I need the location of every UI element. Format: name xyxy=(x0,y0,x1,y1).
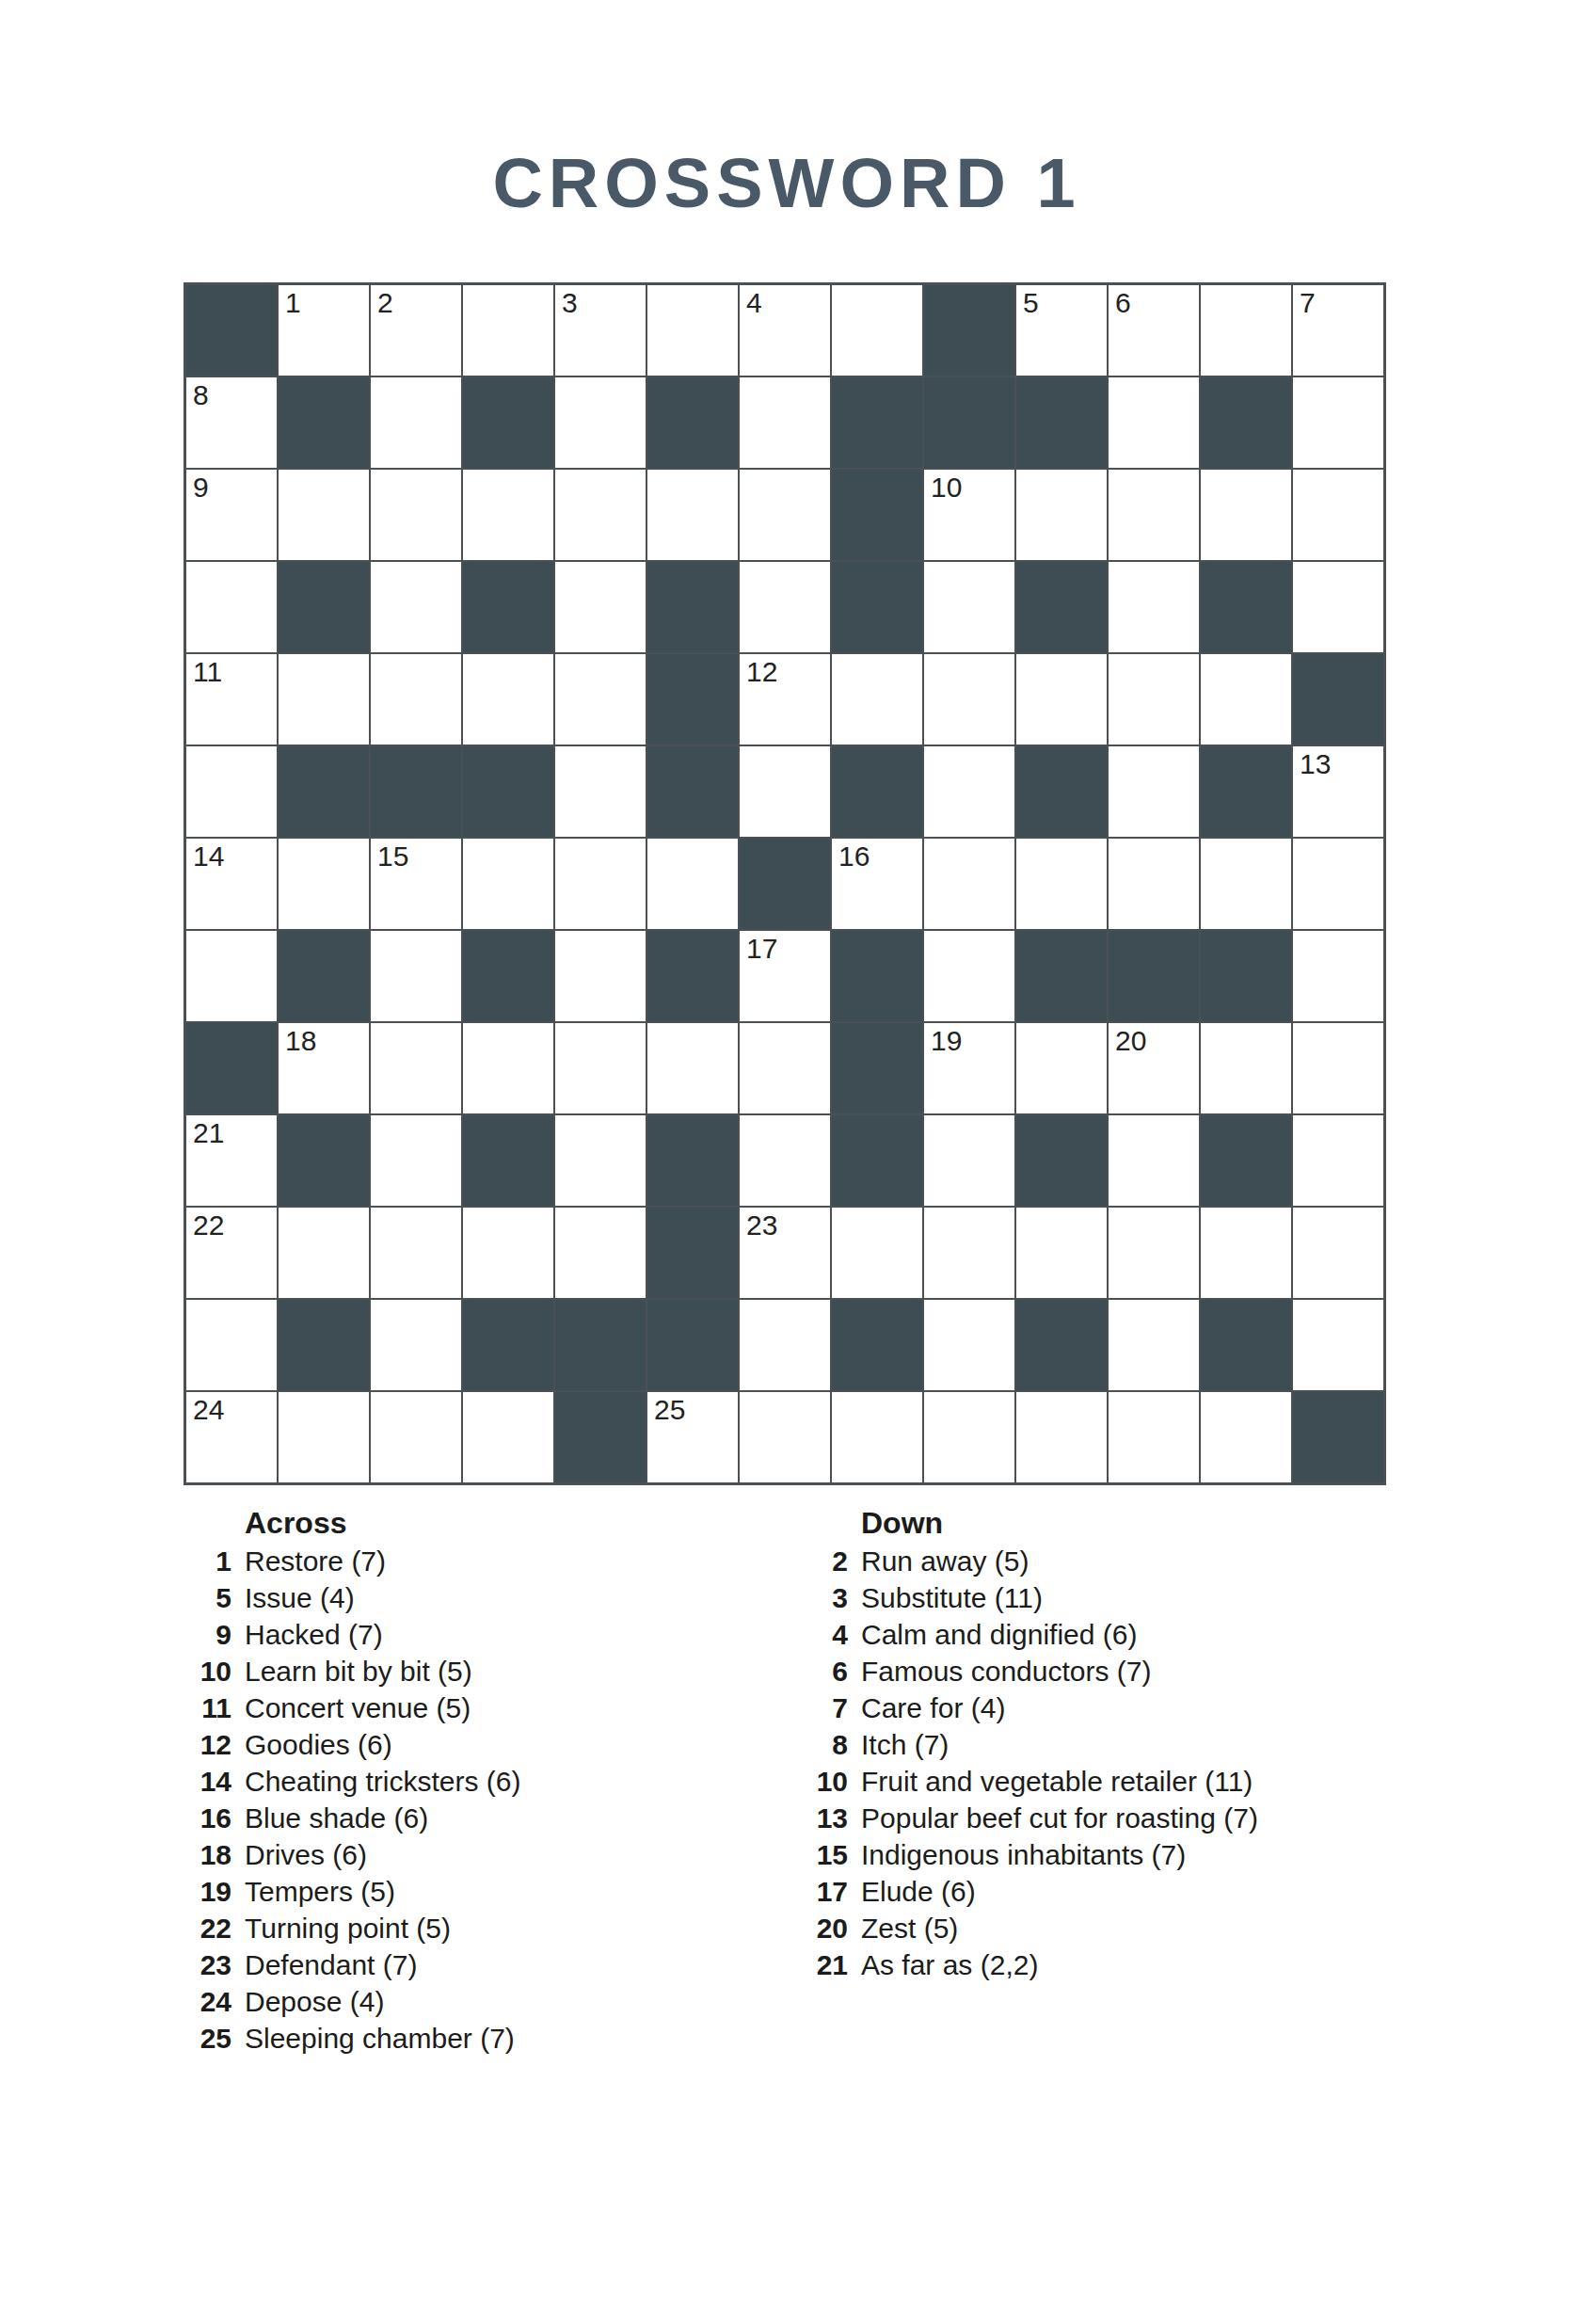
cell-r12c7[interactable] xyxy=(831,1391,923,1483)
across-clue-9: 9Hacked (7) xyxy=(160,1616,520,1653)
cell-r5c2-block xyxy=(370,745,462,838)
down-clue-8: 8Itch (7) xyxy=(776,1726,1258,1763)
down-clue-text: Famous conductors (7) xyxy=(861,1653,1151,1689)
cell-r10c5-block xyxy=(646,1207,739,1299)
cell-r8c6[interactable] xyxy=(739,1022,831,1114)
cell-r1c6[interactable] xyxy=(739,376,831,469)
across-clue-12: 12Goodies (6) xyxy=(160,1726,520,1763)
across-clue-text: Issue (4) xyxy=(245,1579,355,1616)
down-clue-text: Substitute (11) xyxy=(861,1579,1043,1616)
cell-r6c9[interactable] xyxy=(1015,838,1108,930)
cell-r1c3-block xyxy=(462,376,554,469)
cell-r10c3[interactable] xyxy=(462,1207,554,1299)
down-clue-10: 10Fruit and vegetable retailer (11) xyxy=(776,1763,1258,1800)
cell-r0c9[interactable]: 5 xyxy=(1015,284,1108,376)
cell-r7c11-block xyxy=(1200,930,1292,1022)
cell-r4c6[interactable]: 12 xyxy=(739,653,831,745)
cell-r7c0[interactable] xyxy=(185,930,278,1022)
cell-r7c10-block xyxy=(1108,930,1200,1022)
across-clues-section: Across 1Restore (7)5Issue (4)9Hacked (7)… xyxy=(160,1504,520,2057)
across-clue-10: 10Learn bit by bit (5) xyxy=(160,1653,520,1689)
cell-r9c5-block xyxy=(646,1114,739,1207)
cell-r3c2[interactable] xyxy=(370,561,462,653)
cell-r9c3-block xyxy=(462,1114,554,1207)
cell-number-13: 13 xyxy=(1300,750,1331,778)
cell-number-1: 1 xyxy=(285,289,301,317)
cell-r7c12[interactable] xyxy=(1292,930,1384,1022)
cell-r10c12[interactable] xyxy=(1292,1207,1384,1299)
cell-r6c8[interactable] xyxy=(923,838,1015,930)
across-clue-5: 5Issue (4) xyxy=(160,1579,520,1616)
cell-r3c3-block xyxy=(462,561,554,653)
cell-r5c12[interactable]: 13 xyxy=(1292,745,1384,838)
cell-r2c0[interactable]: 9 xyxy=(185,469,278,561)
down-clue-list: 2Run away (5)3Substitute (11)4Calm and d… xyxy=(776,1543,1258,1983)
down-clue-number: 6 xyxy=(776,1653,861,1689)
cell-r10c1[interactable] xyxy=(278,1207,370,1299)
down-clue-number: 15 xyxy=(776,1836,861,1873)
cell-r3c5-block xyxy=(646,561,739,653)
down-clue-number: 7 xyxy=(776,1689,861,1726)
cell-r10c10[interactable] xyxy=(1108,1207,1200,1299)
cell-r8c7-block xyxy=(831,1022,923,1114)
crossword-grid: 1234567891011121314151617181920212223242… xyxy=(184,282,1386,1485)
down-clue-number: 20 xyxy=(776,1910,861,1946)
across-clue-number: 11 xyxy=(160,1689,245,1726)
cell-r4c12-block xyxy=(1292,653,1384,745)
cell-r7c1-block xyxy=(278,930,370,1022)
cell-r11c2[interactable] xyxy=(370,1299,462,1391)
across-clue-1: 1Restore (7) xyxy=(160,1543,520,1579)
down-clue-text: As far as (2,2) xyxy=(861,1946,1038,1983)
cell-r2c1[interactable] xyxy=(278,469,370,561)
cell-r2c9[interactable] xyxy=(1015,469,1108,561)
cell-number-14: 14 xyxy=(193,842,224,871)
across-clue-text: Cheating tricksters (6) xyxy=(245,1763,520,1800)
cell-r7c8[interactable] xyxy=(923,930,1015,1022)
cell-r4c11[interactable] xyxy=(1200,653,1292,745)
cell-r5c0[interactable] xyxy=(185,745,278,838)
cell-r5c6[interactable] xyxy=(739,745,831,838)
across-clue-23: 23Defendant (7) xyxy=(160,1946,520,1983)
cell-r8c8[interactable]: 19 xyxy=(923,1022,1015,1114)
cell-number-16: 16 xyxy=(838,842,870,871)
down-clue-text: Indigenous inhabitants (7) xyxy=(861,1836,1186,1873)
cell-r8c10[interactable]: 20 xyxy=(1108,1022,1200,1114)
cell-r2c3[interactable] xyxy=(462,469,554,561)
cell-r11c5-block xyxy=(646,1299,739,1391)
down-clue-text: Elude (6) xyxy=(861,1873,976,1910)
cell-r3c10[interactable] xyxy=(1108,561,1200,653)
down-clue-number: 21 xyxy=(776,1946,861,1983)
across-clue-text: Goodies (6) xyxy=(245,1726,392,1763)
cell-r9c7-block xyxy=(831,1114,923,1207)
down-clue-number: 3 xyxy=(776,1579,861,1616)
cell-number-24: 24 xyxy=(193,1396,224,1424)
cell-number-18: 18 xyxy=(285,1027,316,1055)
down-clue-text: Zest (5) xyxy=(861,1910,958,1946)
cell-number-9: 9 xyxy=(193,473,209,502)
across-clue-number: 5 xyxy=(160,1579,245,1616)
cell-r6c1[interactable] xyxy=(278,838,370,930)
across-clue-14: 14Cheating tricksters (6) xyxy=(160,1763,520,1800)
cell-r9c6[interactable] xyxy=(739,1114,831,1207)
cell-r12c3[interactable] xyxy=(462,1391,554,1483)
down-clue-4: 4Calm and dignified (6) xyxy=(776,1616,1258,1653)
cell-r0c2[interactable]: 2 xyxy=(370,284,462,376)
cell-r8c11[interactable] xyxy=(1200,1022,1292,1114)
cell-r1c0[interactable]: 8 xyxy=(185,376,278,469)
cell-r0c7[interactable] xyxy=(831,284,923,376)
cell-r5c4[interactable] xyxy=(554,745,646,838)
cell-number-15: 15 xyxy=(377,842,408,871)
cell-r8c1[interactable]: 18 xyxy=(278,1022,370,1114)
across-clue-text: Drives (6) xyxy=(245,1836,367,1873)
cell-r12c9[interactable] xyxy=(1015,1391,1108,1483)
across-clue-number: 19 xyxy=(160,1873,245,1910)
cell-r9c10[interactable] xyxy=(1108,1114,1200,1207)
cell-r5c8[interactable] xyxy=(923,745,1015,838)
cell-r6c4[interactable] xyxy=(554,838,646,930)
across-clue-number: 22 xyxy=(160,1910,245,1946)
cell-r4c0[interactable]: 11 xyxy=(185,653,278,745)
cell-number-17: 17 xyxy=(746,935,777,963)
cell-r3c9-block xyxy=(1015,561,1108,653)
cell-r12c4-block xyxy=(554,1391,646,1483)
cell-number-6: 6 xyxy=(1115,289,1131,317)
cell-r6c2[interactable]: 15 xyxy=(370,838,462,930)
cell-r2c12[interactable] xyxy=(1292,469,1384,561)
down-clue-20: 20Zest (5) xyxy=(776,1910,1258,1946)
puzzle-title: CROSSWORD 1 xyxy=(15,143,1558,223)
cell-r10c2[interactable] xyxy=(370,1207,462,1299)
across-clue-number: 9 xyxy=(160,1616,245,1653)
cell-number-20: 20 xyxy=(1115,1027,1146,1055)
down-clue-13: 13Popular beef cut for roasting (7) xyxy=(776,1800,1258,1836)
cell-r0c4[interactable]: 3 xyxy=(554,284,646,376)
cell-r0c12[interactable]: 7 xyxy=(1292,284,1384,376)
cell-r2c10[interactable] xyxy=(1108,469,1200,561)
across-clue-24: 24Depose (4) xyxy=(160,1983,520,2020)
cell-r11c3-block xyxy=(462,1299,554,1391)
cell-r2c7-block xyxy=(831,469,923,561)
cell-r2c5[interactable] xyxy=(646,469,739,561)
across-clue-22: 22Turning point (5) xyxy=(160,1910,520,1946)
cell-number-21: 21 xyxy=(193,1119,224,1147)
across-clue-text: Turning point (5) xyxy=(245,1910,451,1946)
cell-r10c6[interactable]: 23 xyxy=(739,1207,831,1299)
cell-r11c10[interactable] xyxy=(1108,1299,1200,1391)
across-clue-number: 23 xyxy=(160,1946,245,1983)
cell-r12c11[interactable] xyxy=(1200,1391,1292,1483)
cell-r10c7[interactable] xyxy=(831,1207,923,1299)
across-clue-18: 18Drives (6) xyxy=(160,1836,520,1873)
cell-r12c1[interactable] xyxy=(278,1391,370,1483)
cell-r10c9[interactable] xyxy=(1015,1207,1108,1299)
cell-r4c9[interactable] xyxy=(1015,653,1108,745)
across-clue-text: Concert venue (5) xyxy=(245,1689,471,1726)
down-clue-2: 2Run away (5) xyxy=(776,1543,1258,1579)
across-clue-number: 12 xyxy=(160,1726,245,1763)
cell-number-5: 5 xyxy=(1023,289,1039,317)
across-clue-text: Defendant (7) xyxy=(245,1946,417,1983)
cell-r10c4[interactable] xyxy=(554,1207,646,1299)
cell-r12c6[interactable] xyxy=(739,1391,831,1483)
cell-r11c7-block xyxy=(831,1299,923,1391)
cell-r5c11-block xyxy=(1200,745,1292,838)
cell-r6c7[interactable]: 16 xyxy=(831,838,923,930)
down-clue-number: 4 xyxy=(776,1616,861,1653)
cell-r11c9-block xyxy=(1015,1299,1108,1391)
across-clue-text: Hacked (7) xyxy=(245,1616,383,1653)
cell-r11c0[interactable] xyxy=(185,1299,278,1391)
across-clue-list: 1Restore (7)5Issue (4)9Hacked (7)10Learn… xyxy=(160,1543,520,2057)
cell-r3c4[interactable] xyxy=(554,561,646,653)
down-heading: Down xyxy=(861,1504,1258,1543)
down-clue-text: Calm and dignified (6) xyxy=(861,1616,1137,1653)
cell-r0c3[interactable] xyxy=(462,284,554,376)
cell-r1c12[interactable] xyxy=(1292,376,1384,469)
across-clue-number: 18 xyxy=(160,1836,245,1873)
cell-r7c2[interactable] xyxy=(370,930,462,1022)
cell-r7c4[interactable] xyxy=(554,930,646,1022)
cell-r9c11-block xyxy=(1200,1114,1292,1207)
cell-r8c3[interactable] xyxy=(462,1022,554,1114)
cell-r6c5[interactable] xyxy=(646,838,739,930)
down-clue-text: Run away (5) xyxy=(861,1543,1029,1579)
down-clue-21: 21As far as (2,2) xyxy=(776,1946,1258,1983)
cell-r1c9-block xyxy=(1015,376,1108,469)
cell-r1c5-block xyxy=(646,376,739,469)
cell-r8c5[interactable] xyxy=(646,1022,739,1114)
cell-r8c2[interactable] xyxy=(370,1022,462,1114)
cell-r1c4[interactable] xyxy=(554,376,646,469)
cell-r8c9[interactable] xyxy=(1015,1022,1108,1114)
cell-r9c9-block xyxy=(1015,1114,1108,1207)
down-clue-7: 7Care for (4) xyxy=(776,1689,1258,1726)
cell-r12c5[interactable]: 25 xyxy=(646,1391,739,1483)
cell-r9c0[interactable]: 21 xyxy=(185,1114,278,1207)
across-clue-11: 11Concert venue (5) xyxy=(160,1689,520,1726)
cell-r5c7-block xyxy=(831,745,923,838)
down-clue-text: Popular beef cut for roasting (7) xyxy=(861,1800,1258,1836)
across-clue-number: 25 xyxy=(160,2020,245,2057)
cell-r4c3[interactable] xyxy=(462,653,554,745)
cell-r3c1-block xyxy=(278,561,370,653)
cell-r9c2[interactable] xyxy=(370,1114,462,1207)
cell-number-7: 7 xyxy=(1300,289,1316,317)
cell-r4c1[interactable] xyxy=(278,653,370,745)
cell-r1c2[interactable] xyxy=(370,376,462,469)
cell-number-11: 11 xyxy=(193,658,222,686)
cell-r12c10[interactable] xyxy=(1108,1391,1200,1483)
across-clue-19: 19Tempers (5) xyxy=(160,1873,520,1910)
cell-r11c1-block xyxy=(278,1299,370,1391)
cell-r4c5-block xyxy=(646,653,739,745)
cell-r9c4[interactable] xyxy=(554,1114,646,1207)
down-clue-15: 15Indigenous inhabitants (7) xyxy=(776,1836,1258,1873)
cell-r4c10[interactable] xyxy=(1108,653,1200,745)
cell-number-4: 4 xyxy=(746,289,762,317)
cell-r1c7-block xyxy=(831,376,923,469)
cell-r0c10[interactable]: 6 xyxy=(1108,284,1200,376)
down-clue-17: 17Elude (6) xyxy=(776,1873,1258,1910)
across-clue-text: Blue shade (6) xyxy=(245,1800,428,1836)
cell-r9c8[interactable] xyxy=(923,1114,1015,1207)
down-clue-6: 6Famous conductors (7) xyxy=(776,1653,1258,1689)
down-clue-text: Care for (4) xyxy=(861,1689,1005,1726)
cell-r12c0[interactable]: 24 xyxy=(185,1391,278,1483)
cell-r0c5[interactable] xyxy=(646,284,739,376)
cell-r2c8[interactable]: 10 xyxy=(923,469,1015,561)
cell-r1c1-block xyxy=(278,376,370,469)
cell-r9c1-block xyxy=(278,1114,370,1207)
cell-r7c9-block xyxy=(1015,930,1108,1022)
down-clue-number: 17 xyxy=(776,1873,861,1910)
cell-number-25: 25 xyxy=(654,1396,685,1424)
cell-r4c4[interactable] xyxy=(554,653,646,745)
cell-r12c2[interactable] xyxy=(370,1391,462,1483)
cell-r12c8[interactable] xyxy=(923,1391,1015,1483)
cell-number-8: 8 xyxy=(193,381,209,409)
cell-r0c6[interactable]: 4 xyxy=(739,284,831,376)
cell-r2c2[interactable] xyxy=(370,469,462,561)
cell-r11c11-block xyxy=(1200,1299,1292,1391)
cell-r1c8-block xyxy=(923,376,1015,469)
cell-r6c6-block xyxy=(739,838,831,930)
across-clue-number: 1 xyxy=(160,1543,245,1579)
across-clue-text: Depose (4) xyxy=(245,1983,384,2020)
cell-r5c3-block xyxy=(462,745,554,838)
across-clue-text: Learn bit by bit (5) xyxy=(245,1653,472,1689)
cell-number-2: 2 xyxy=(377,289,393,317)
cell-r11c4-block xyxy=(554,1299,646,1391)
cell-r5c9-block xyxy=(1015,745,1108,838)
cell-number-19: 19 xyxy=(931,1027,962,1055)
cell-r2c4[interactable] xyxy=(554,469,646,561)
cell-number-10: 10 xyxy=(931,473,962,502)
cell-r10c11[interactable] xyxy=(1200,1207,1292,1299)
cell-r6c11[interactable] xyxy=(1200,838,1292,930)
cell-r12c12-block xyxy=(1292,1391,1384,1483)
across-clue-text: Sleeping chamber (7) xyxy=(245,2020,515,2057)
cell-r2c11[interactable] xyxy=(1200,469,1292,561)
cell-r0c8-block xyxy=(923,284,1015,376)
cell-r7c5-block xyxy=(646,930,739,1022)
down-clues-section: Down 2Run away (5)3Substitute (11)4Calm … xyxy=(776,1504,1258,1983)
cell-r4c7[interactable] xyxy=(831,653,923,745)
cell-r3c7-block xyxy=(831,561,923,653)
cell-r0c1[interactable]: 1 xyxy=(278,284,370,376)
cell-r6c0[interactable]: 14 xyxy=(185,838,278,930)
cell-r2c6[interactable] xyxy=(739,469,831,561)
cell-r11c6[interactable] xyxy=(739,1299,831,1391)
cell-r3c0[interactable] xyxy=(185,561,278,653)
cell-r1c11-block xyxy=(1200,376,1292,469)
cell-r5c5-block xyxy=(646,745,739,838)
cell-r7c3-block xyxy=(462,930,554,1022)
cell-r9c12[interactable] xyxy=(1292,1114,1384,1207)
cell-r0c11[interactable] xyxy=(1200,284,1292,376)
down-clue-text: Fruit and vegetable retailer (11) xyxy=(861,1763,1253,1800)
cell-r1c10[interactable] xyxy=(1108,376,1200,469)
cell-r6c12[interactable] xyxy=(1292,838,1384,930)
across-clue-number: 10 xyxy=(160,1653,245,1689)
cell-r8c12[interactable] xyxy=(1292,1022,1384,1114)
across-clue-number: 16 xyxy=(160,1800,245,1836)
down-clue-number: 8 xyxy=(776,1726,861,1763)
cell-r6c10[interactable] xyxy=(1108,838,1200,930)
cell-r3c12[interactable] xyxy=(1292,561,1384,653)
cell-r3c6[interactable] xyxy=(739,561,831,653)
across-clue-number: 24 xyxy=(160,1983,245,2020)
down-clue-number: 2 xyxy=(776,1543,861,1579)
cell-r10c8[interactable] xyxy=(923,1207,1015,1299)
cell-r3c11-block xyxy=(1200,561,1292,653)
across-clue-25: 25Sleeping chamber (7) xyxy=(160,2020,520,2057)
cell-r0c0-block xyxy=(185,284,278,376)
cell-r8c4[interactable] xyxy=(554,1022,646,1114)
cell-r8c0-block xyxy=(185,1022,278,1114)
cell-r3c8[interactable] xyxy=(923,561,1015,653)
cell-number-23: 23 xyxy=(746,1211,777,1240)
across-clue-16: 16Blue shade (6) xyxy=(160,1800,520,1836)
cell-r7c6[interactable]: 17 xyxy=(739,930,831,1022)
cell-r5c1-block xyxy=(278,745,370,838)
across-clue-text: Tempers (5) xyxy=(245,1873,395,1910)
down-clue-text: Itch (7) xyxy=(861,1726,949,1763)
cell-r11c8[interactable] xyxy=(923,1299,1015,1391)
across-heading: Across xyxy=(245,1504,520,1543)
cell-number-22: 22 xyxy=(193,1211,224,1240)
cell-r10c0[interactable]: 22 xyxy=(185,1207,278,1299)
cell-number-12: 12 xyxy=(746,658,777,686)
across-clue-number: 14 xyxy=(160,1763,245,1800)
down-clue-number: 10 xyxy=(776,1763,861,1800)
cell-r7c7-block xyxy=(831,930,923,1022)
down-clue-3: 3Substitute (11) xyxy=(776,1579,1258,1616)
cell-r6c3[interactable] xyxy=(462,838,554,930)
cell-r4c2[interactable] xyxy=(370,653,462,745)
cell-number-3: 3 xyxy=(562,289,578,317)
across-clue-text: Restore (7) xyxy=(245,1543,386,1579)
cell-r4c8[interactable] xyxy=(923,653,1015,745)
cell-r11c12[interactable] xyxy=(1292,1299,1384,1391)
cell-r5c10[interactable] xyxy=(1108,745,1200,838)
down-clue-number: 13 xyxy=(776,1800,861,1836)
